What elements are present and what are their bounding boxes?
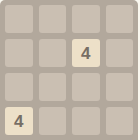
cell-r1-c0 (5, 39, 33, 67)
cell-r0-c3 (106, 5, 134, 33)
cell-r2-c3 (106, 73, 134, 101)
game-stage: 4 4 (0, 0, 140, 140)
cell-r1-c3 (106, 39, 134, 67)
tile-4: 4 (72, 39, 100, 67)
cell-r3-c2 (72, 107, 100, 135)
cell-r0-c2 (72, 5, 100, 33)
cell-r3-c3 (106, 107, 134, 135)
cell-r2-c2 (72, 73, 100, 101)
tile-4: 4 (5, 107, 33, 135)
cell-r0-c0 (5, 5, 33, 33)
2048-board[interactable]: 4 4 (0, 0, 138, 140)
cell-r2-c0 (5, 73, 33, 101)
cell-r0-c1 (39, 5, 67, 33)
cell-r2-c1 (39, 73, 67, 101)
cell-r3-c1 (39, 107, 67, 135)
cell-r1-c1 (39, 39, 67, 67)
